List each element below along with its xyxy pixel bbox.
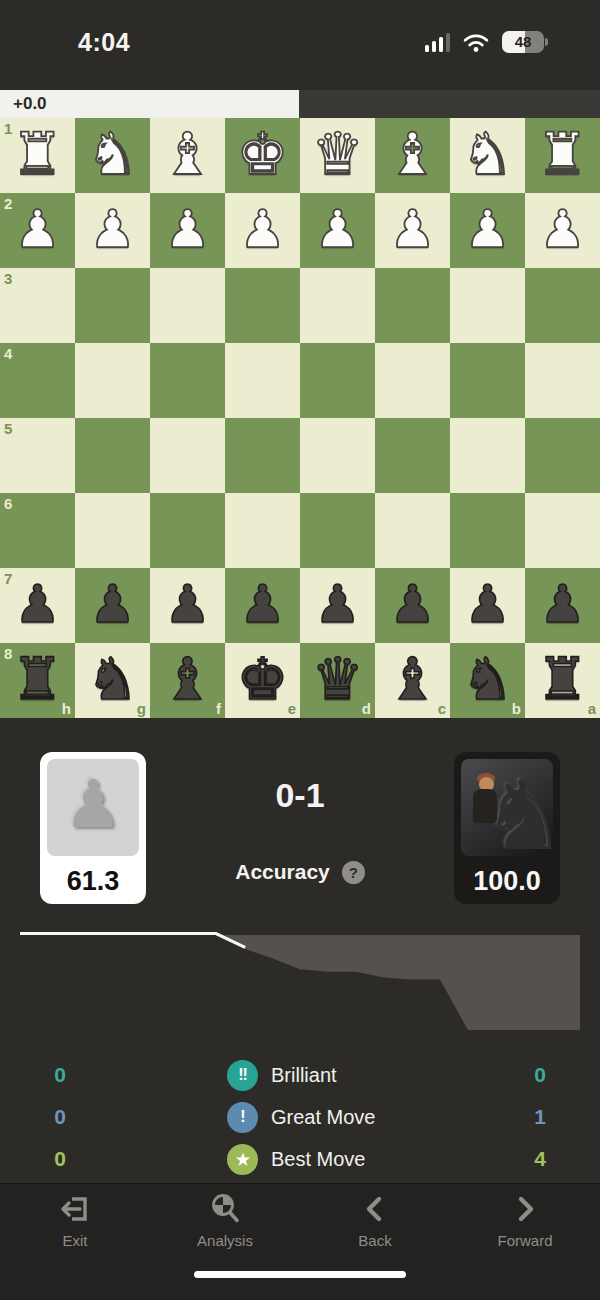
- square-g6[interactable]: [75, 493, 150, 568]
- square-b5[interactable]: [450, 418, 525, 493]
- square-h1[interactable]: 1♜: [0, 118, 75, 193]
- black-accuracy-score: 100.0: [454, 866, 560, 897]
- square-f8[interactable]: f♝: [150, 643, 225, 718]
- square-e7[interactable]: ♟: [225, 568, 300, 643]
- black-pawn: ♟: [525, 566, 600, 641]
- square-a8[interactable]: a♜: [525, 643, 600, 718]
- white-pawn: ♟: [450, 191, 525, 266]
- square-c3[interactable]: [375, 268, 450, 343]
- black-count: 4: [480, 1147, 600, 1171]
- white-pawn: ♟: [150, 191, 225, 266]
- square-d1[interactable]: ♛: [300, 118, 375, 193]
- cellular-signal-icon: [425, 32, 451, 52]
- black-pawn: ♟: [150, 566, 225, 641]
- square-h8[interactable]: 8h♜: [0, 643, 75, 718]
- rank-label: 5: [4, 421, 12, 436]
- move-stat-row-brilliant[interactable]: 0!!Brilliant0: [0, 1054, 600, 1096]
- move-stat-row-best-move[interactable]: 0★Best Move4: [0, 1138, 600, 1180]
- chess-board[interactable]: 1♜♞♝♚♛♝♞♜2♟♟♟♟♟♟♟♟34567♟♟♟♟♟♟♟♟8h♜g♞f♝e♚…: [0, 118, 600, 718]
- square-g3[interactable]: [75, 268, 150, 343]
- status-bar: 4:04 48: [0, 0, 600, 90]
- move-classification-list: 0!!Brilliant00!Great Move10★Best Move4: [0, 1054, 600, 1180]
- exit-button[interactable]: Exit: [0, 1184, 150, 1300]
- square-d5[interactable]: [300, 418, 375, 493]
- white-accuracy-card[interactable]: ♟ 61.3: [40, 752, 146, 904]
- battery-percent: 48: [502, 31, 544, 53]
- battery-icon: 48: [502, 31, 548, 53]
- white-rook: ♜: [0, 116, 75, 191]
- square-a5[interactable]: [525, 418, 600, 493]
- exit-icon: [58, 1192, 92, 1226]
- white-knight: ♞: [75, 116, 150, 191]
- white-pawn: ♟: [0, 191, 75, 266]
- black-rook: ♜: [525, 641, 600, 716]
- chevron-right-icon: [508, 1192, 542, 1226]
- square-a1[interactable]: ♜: [525, 118, 600, 193]
- black-bishop: ♝: [150, 641, 225, 716]
- white-count: 0: [0, 1105, 120, 1129]
- game-review-screen: 4:04 48 +0.0 1♜♞♝♚♛♝♞♜2♟♟♟♟♟♟♟♟34567♟♟♟♟…: [0, 0, 600, 1300]
- square-d8[interactable]: d♛: [300, 643, 375, 718]
- white-pawn: ♟: [375, 191, 450, 266]
- square-b8[interactable]: b♞: [450, 643, 525, 718]
- square-e4[interactable]: [225, 343, 300, 418]
- white-count: 0: [0, 1147, 120, 1171]
- square-e1[interactable]: ♚: [225, 118, 300, 193]
- square-c1[interactable]: ♝: [375, 118, 450, 193]
- square-a7[interactable]: ♟: [525, 568, 600, 643]
- wifi-icon: [461, 30, 491, 54]
- square-h7[interactable]: 7♟: [0, 568, 75, 643]
- forward-button[interactable]: Forward: [450, 1184, 600, 1300]
- home-indicator[interactable]: [194, 1271, 406, 1278]
- square-a2[interactable]: ♟: [525, 193, 600, 268]
- black-pawn: ♟: [375, 566, 450, 641]
- square-g2[interactable]: ♟: [75, 193, 150, 268]
- great-move-icon: !: [227, 1102, 258, 1133]
- square-d6[interactable]: [300, 493, 375, 568]
- square-d4[interactable]: [300, 343, 375, 418]
- square-b1[interactable]: ♞: [450, 118, 525, 193]
- square-h4[interactable]: 4: [0, 343, 75, 418]
- rank-label: 3: [4, 271, 12, 286]
- square-g5[interactable]: [75, 418, 150, 493]
- status-icons: 48: [425, 30, 549, 54]
- white-pawn: ♟: [525, 191, 600, 266]
- square-g1[interactable]: ♞: [75, 118, 150, 193]
- nav-label-back: Back: [358, 1232, 391, 1249]
- black-bishop: ♝: [375, 641, 450, 716]
- game-summary: ♟ 61.3 0-1 Accuracy ? ♞ 100.0: [0, 718, 600, 923]
- black-pawn: ♟: [0, 566, 75, 641]
- square-a6[interactable]: [525, 493, 600, 568]
- white-pawn: ♟: [75, 191, 150, 266]
- square-e6[interactable]: [225, 493, 300, 568]
- square-g8[interactable]: g♞: [75, 643, 150, 718]
- rank-label: 6: [4, 496, 12, 511]
- square-c2[interactable]: ♟: [375, 193, 450, 268]
- black-pawn: ♟: [300, 566, 375, 641]
- white-pawn: ♟: [300, 191, 375, 266]
- analysis-icon: [208, 1192, 242, 1226]
- square-a3[interactable]: [525, 268, 600, 343]
- square-c5[interactable]: [375, 418, 450, 493]
- square-h5[interactable]: 5: [0, 418, 75, 493]
- white-rook: ♜: [525, 116, 600, 191]
- accuracy-label: Accuracy: [235, 860, 330, 884]
- accuracy-help-icon[interactable]: ?: [342, 861, 365, 884]
- black-pawn: ♟: [75, 566, 150, 641]
- back-button[interactable]: Back: [300, 1184, 450, 1300]
- square-b6[interactable]: [450, 493, 525, 568]
- black-queen: ♛: [300, 641, 375, 716]
- clock-time: 4:04: [78, 28, 130, 57]
- nav-label-analysis: Analysis: [197, 1232, 253, 1249]
- square-d2[interactable]: ♟: [300, 193, 375, 268]
- white-bishop: ♝: [150, 116, 225, 191]
- square-f5[interactable]: [150, 418, 225, 493]
- square-f6[interactable]: [150, 493, 225, 568]
- best-move-icon: ★: [227, 1144, 258, 1175]
- evaluation-bar: +0.0: [0, 90, 600, 118]
- evaluation-value: +0.0: [13, 90, 47, 118]
- square-b2[interactable]: ♟: [450, 193, 525, 268]
- black-accuracy-card[interactable]: ♞ 100.0: [454, 752, 560, 904]
- square-h3[interactable]: 3: [0, 268, 75, 343]
- white-count: 0: [0, 1063, 120, 1087]
- square-e3[interactable]: [225, 268, 300, 343]
- black-rook: ♜: [0, 641, 75, 716]
- move-stat-label: Brilliant: [271, 1064, 337, 1087]
- move-stat-label: Best Move: [271, 1148, 365, 1171]
- rank-label: 4: [4, 346, 12, 361]
- black-pawn: ♟: [450, 566, 525, 641]
- move-stat-row-great-move[interactable]: 0!Great Move1: [0, 1096, 600, 1138]
- white-bishop: ♝: [375, 116, 450, 191]
- black-knight: ♞: [75, 641, 150, 716]
- square-c7[interactable]: ♟: [375, 568, 450, 643]
- white-player-avatar: ♟: [47, 759, 139, 856]
- square-f2[interactable]: ♟: [150, 193, 225, 268]
- square-f4[interactable]: [150, 343, 225, 418]
- square-h6[interactable]: 6: [0, 493, 75, 568]
- square-e8[interactable]: e♚: [225, 643, 300, 718]
- nav-label-exit: Exit: [62, 1232, 87, 1249]
- black-king: ♚: [225, 641, 300, 716]
- black-pawn: ♟: [225, 566, 300, 641]
- square-f7[interactable]: ♟: [150, 568, 225, 643]
- square-c8[interactable]: c♝: [375, 643, 450, 718]
- square-f1[interactable]: ♝: [150, 118, 225, 193]
- square-a4[interactable]: [525, 343, 600, 418]
- brilliant-icon: !!: [227, 1060, 258, 1091]
- square-b4[interactable]: [450, 343, 525, 418]
- white-queen: ♛: [300, 116, 375, 191]
- square-e5[interactable]: [225, 418, 300, 493]
- black-count: 0: [480, 1063, 600, 1087]
- white-pawn: ♟: [225, 191, 300, 266]
- square-b3[interactable]: [450, 268, 525, 343]
- move-stat-label: Great Move: [271, 1106, 375, 1129]
- square-b7[interactable]: ♟: [450, 568, 525, 643]
- white-knight: ♞: [450, 116, 525, 191]
- square-d7[interactable]: ♟: [300, 568, 375, 643]
- white-accuracy-score: 61.3: [40, 866, 146, 897]
- square-h2[interactable]: 2♟: [0, 193, 75, 268]
- square-g4[interactable]: [75, 343, 150, 418]
- square-e2[interactable]: ♟: [225, 193, 300, 268]
- square-f3[interactable]: [150, 268, 225, 343]
- square-c4[interactable]: [375, 343, 450, 418]
- bottom-nav: Exit Analysis Back Forward: [0, 1183, 600, 1300]
- square-c6[interactable]: [375, 493, 450, 568]
- nav-label-forward: Forward: [497, 1232, 552, 1249]
- evaluation-graph[interactable]: [20, 923, 580, 1043]
- square-g7[interactable]: ♟: [75, 568, 150, 643]
- black-knight: ♞: [450, 641, 525, 716]
- black-player-avatar: ♞: [461, 759, 553, 856]
- white-king: ♚: [225, 116, 300, 191]
- pawn-avatar-icon: ♟: [63, 766, 122, 843]
- black-count: 1: [480, 1105, 600, 1129]
- analysis-button[interactable]: Analysis: [150, 1184, 300, 1300]
- game-result: 0-1: [150, 776, 450, 815]
- chevron-left-icon: [358, 1192, 392, 1226]
- square-d3[interactable]: [300, 268, 375, 343]
